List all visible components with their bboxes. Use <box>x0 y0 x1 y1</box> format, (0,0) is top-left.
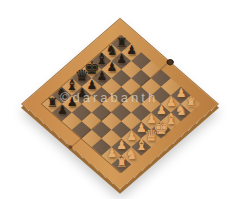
hinge <box>68 145 74 150</box>
piece-black-pawn: ♟ <box>126 44 137 56</box>
board-frame: ♜♞♝♛♚♝♞♜♟♟♟♟♟♟♟♟♟♟♟♟♟♟♟♟♜♞♝♛♚♝♞♜ <box>21 18 219 190</box>
clasp <box>165 58 175 67</box>
piece-black-pawn: ♟ <box>106 62 117 74</box>
piece-white-rook: ♜ <box>185 95 197 108</box>
piece-black-pawn: ♟ <box>67 96 78 108</box>
piece-black-pawn: ♟ <box>116 53 127 65</box>
chess-set-photo: ♜♞♝♛♚♝♞♜♟♟♟♟♟♟♟♟♟♟♟♟♟♟♟♟♜♞♝♛♚♝♞♜ ©daraba… <box>0 0 230 199</box>
piece-black-pawn: ♟ <box>57 105 68 117</box>
piece-black-pawn: ♟ <box>86 79 97 91</box>
piece-black-pawn: ♟ <box>96 70 107 82</box>
piece-black-pawn: ♟ <box>76 87 87 99</box>
